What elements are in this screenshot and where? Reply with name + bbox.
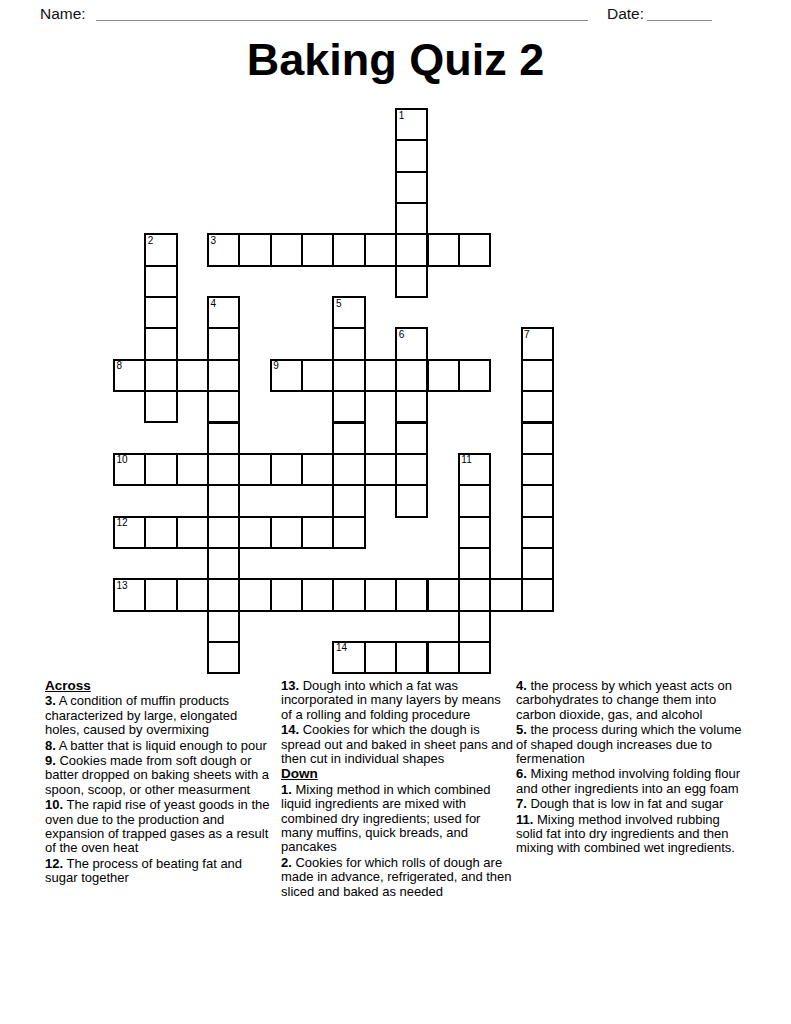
clue-number: 2. <box>281 855 292 870</box>
clue-number: 12. <box>45 856 63 871</box>
grid-cell[interactable] <box>301 578 334 611</box>
grid-cell[interactable] <box>207 641 240 674</box>
grid-cell[interactable] <box>458 516 491 549</box>
grid-cell[interactable] <box>332 453 365 486</box>
grid-cell[interactable] <box>238 516 271 549</box>
grid-cell[interactable] <box>395 233 428 266</box>
clue: 5. the process during which the volume o… <box>516 723 744 766</box>
grid-cell[interactable] <box>364 578 397 611</box>
grid-cell[interactable] <box>458 484 491 517</box>
clue-number: 3. <box>45 693 56 708</box>
cell-clue-number: 12 <box>117 518 128 528</box>
date-input-line[interactable] <box>647 20 712 21</box>
cell-clue-number: 4 <box>211 299 217 309</box>
cell-clue-number: 2 <box>148 236 154 246</box>
grid-cell[interactable] <box>521 578 554 611</box>
grid-cell[interactable] <box>144 359 177 392</box>
grid-cell[interactable] <box>427 578 460 611</box>
grid-cell[interactable] <box>238 578 271 611</box>
page-title: Baking Quiz 2 <box>0 35 791 85</box>
clue: 10. The rapid rise of yeast goods in the… <box>45 798 275 856</box>
grid-cell[interactable] <box>458 610 491 643</box>
clue-list-heading: Across <box>45 679 275 693</box>
grid-cell[interactable] <box>332 484 365 517</box>
clue-number: 5. <box>516 722 527 737</box>
grid-cell[interactable] <box>207 359 240 392</box>
grid-cell[interactable] <box>207 516 240 549</box>
cell-clue-number: 10 <box>117 455 128 465</box>
grid-cell[interactable] <box>207 422 240 455</box>
grid-cell[interactable] <box>458 547 491 580</box>
grid-cell[interactable] <box>395 139 428 172</box>
grid-cell[interactable] <box>270 453 303 486</box>
grid-cell[interactable] <box>395 265 428 298</box>
clue-number: 9. <box>45 753 56 768</box>
grid-cell[interactable] <box>489 578 522 611</box>
grid-cell[interactable] <box>458 359 491 392</box>
name-label: Name: <box>40 5 86 23</box>
grid-cell[interactable] <box>301 359 334 392</box>
grid-cell[interactable] <box>332 578 365 611</box>
grid-cell[interactable]: 1 <box>395 108 428 141</box>
grid-cell[interactable] <box>176 516 209 549</box>
clue: 11. Mixing method involved rubbing solid… <box>516 813 744 856</box>
clue: 4. the process by which yeast acts on ca… <box>516 679 744 722</box>
grid-cell[interactable] <box>521 359 554 392</box>
grid-cell[interactable] <box>207 484 240 517</box>
grid-cell[interactable] <box>332 422 365 455</box>
clue: 12. The process of beating fat and sugar… <box>45 857 275 886</box>
grid-cell[interactable] <box>238 233 271 266</box>
crossword-grid: 1234567891011121314 <box>113 108 554 674</box>
cell-clue-number: 6 <box>399 330 405 340</box>
grid-cell[interactable] <box>395 422 428 455</box>
grid-cell[interactable] <box>144 578 177 611</box>
clues-column-2: 13. Dough into which a fat was incorpora… <box>281 679 513 900</box>
clue: 3. A condition of muffin products charac… <box>45 694 275 737</box>
grid-cell[interactable] <box>207 390 240 423</box>
grid-cell[interactable] <box>395 578 428 611</box>
grid-cell[interactable] <box>521 547 554 580</box>
grid-cell[interactable] <box>144 265 177 298</box>
clue-number: 13. <box>281 678 299 693</box>
grid-cell[interactable]: 8 <box>113 359 146 392</box>
grid-cell[interactable] <box>521 422 554 455</box>
grid-cell[interactable] <box>301 516 334 549</box>
grid-cell[interactable]: 6 <box>395 327 428 360</box>
grid-cell[interactable] <box>270 516 303 549</box>
grid-cell[interactable] <box>207 327 240 360</box>
cell-clue-number: 9 <box>273 361 279 371</box>
grid-cell[interactable] <box>332 359 365 392</box>
clue-number: 7. <box>516 796 527 811</box>
grid-cell[interactable] <box>395 453 428 486</box>
grid-cell[interactable]: 9 <box>270 359 303 392</box>
grid-cell[interactable] <box>301 453 334 486</box>
clue-list-heading: Down <box>281 767 513 781</box>
cell-clue-number: 1 <box>399 111 405 121</box>
grid-cell[interactable] <box>332 327 365 360</box>
clue: 2. Cookies for which rolls of dough are … <box>281 856 513 899</box>
clue-number: 14. <box>281 722 299 737</box>
clue: 14. Cookies for which the dough is sprea… <box>281 723 513 766</box>
cell-clue-number: 7 <box>524 330 530 340</box>
grid-cell[interactable] <box>176 359 209 392</box>
grid-cell[interactable] <box>427 641 460 674</box>
grid-cell[interactable] <box>395 390 428 423</box>
clues-column-1: Across3. A condition of muffin products … <box>45 679 275 887</box>
grid-cell[interactable] <box>395 484 428 517</box>
grid-cell[interactable] <box>364 233 397 266</box>
cell-clue-number: 8 <box>117 361 123 371</box>
grid-cell[interactable] <box>301 233 334 266</box>
grid-cell[interactable] <box>395 202 428 235</box>
clue: 13. Dough into which a fat was incorpora… <box>281 679 513 722</box>
grid-cell[interactable]: 4 <box>207 296 240 329</box>
grid-cell[interactable] <box>144 516 177 549</box>
clue-number: 6. <box>516 766 527 781</box>
grid-cell[interactable] <box>364 453 397 486</box>
grid-cell[interactable] <box>332 233 365 266</box>
grid-cell[interactable]: 5 <box>332 296 365 329</box>
grid-cell[interactable] <box>332 516 365 549</box>
grid-cell[interactable] <box>521 484 554 517</box>
clue-number: 11. <box>516 812 533 827</box>
cell-clue-number: 13 <box>117 581 128 591</box>
grid-cell[interactable] <box>395 641 428 674</box>
grid-cell[interactable] <box>238 453 271 486</box>
clue-number: 1. <box>281 782 292 797</box>
grid-cell[interactable] <box>521 516 554 549</box>
grid-cell[interactable] <box>521 390 554 423</box>
grid-cell[interactable] <box>364 641 397 674</box>
grid-cell[interactable] <box>332 390 365 423</box>
grid-cell[interactable] <box>458 578 491 611</box>
clue-number: 4. <box>516 678 527 693</box>
grid-cell[interactable] <box>207 453 240 486</box>
grid-cell[interactable]: 13 <box>113 578 146 611</box>
grid-cell[interactable] <box>144 390 177 423</box>
clues-column-3: 4. the process by which yeast acts on ca… <box>516 679 744 857</box>
grid-cell[interactable] <box>427 359 460 392</box>
grid-cell[interactable] <box>144 296 177 329</box>
name-input-line[interactable] <box>96 20 588 21</box>
clue-number: 10. <box>45 797 63 812</box>
cell-clue-number: 3 <box>211 236 217 246</box>
date-label: Date: <box>607 5 644 23</box>
clue: 6. Mixing method involving folding flour… <box>516 767 744 796</box>
clue: 9. Cookies made from soft dough or batte… <box>45 754 275 797</box>
grid-cell[interactable] <box>144 327 177 360</box>
clue: 1. Mixing method in which combined liqui… <box>281 783 513 855</box>
grid-cell[interactable] <box>207 578 240 611</box>
grid-cell[interactable]: 3 <box>207 233 240 266</box>
grid-cell[interactable] <box>458 233 491 266</box>
grid-cell[interactable] <box>270 578 303 611</box>
cell-clue-number: 14 <box>336 643 347 653</box>
grid-cell[interactable]: 2 <box>144 233 177 266</box>
clue: 8. A batter that is liquid enough to pou… <box>45 739 275 753</box>
clue: 7. Dough that is low in fat and sugar <box>516 797 744 811</box>
grid-cell[interactable] <box>176 578 209 611</box>
cell-clue-number: 11 <box>461 455 471 465</box>
grid-cell[interactable] <box>364 359 397 392</box>
grid-cell[interactable]: 11 <box>458 453 491 486</box>
grid-cell[interactable] <box>144 453 177 486</box>
grid-cell[interactable]: 10 <box>113 453 146 486</box>
grid-cell[interactable] <box>521 453 554 486</box>
grid-cell[interactable] <box>207 610 240 643</box>
grid-cell[interactable] <box>270 233 303 266</box>
grid-cell[interactable] <box>395 171 428 204</box>
grid-cell[interactable] <box>207 547 240 580</box>
grid-cell[interactable] <box>427 233 460 266</box>
grid-cell[interactable]: 12 <box>113 516 146 549</box>
grid-cell[interactable] <box>458 641 491 674</box>
grid-cell[interactable] <box>176 453 209 486</box>
grid-cell[interactable] <box>395 359 428 392</box>
clue-number: 8. <box>45 738 56 753</box>
grid-cell[interactable]: 7 <box>521 327 554 360</box>
grid-cell[interactable]: 14 <box>332 641 365 674</box>
cell-clue-number: 5 <box>336 299 342 309</box>
